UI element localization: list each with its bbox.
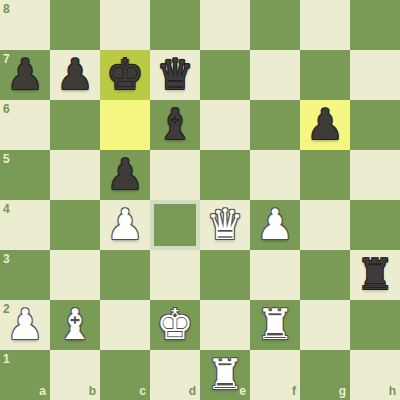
square-e7[interactable] bbox=[200, 50, 250, 100]
piece-white-pawn[interactable]: ♟ bbox=[0, 300, 50, 350]
piece-white-queen[interactable]: ♛ bbox=[200, 200, 250, 250]
square-c7[interactable]: ♚ bbox=[100, 50, 150, 100]
square-g2[interactable] bbox=[300, 300, 350, 350]
square-h3[interactable]: ♜ bbox=[350, 250, 400, 300]
square-c1[interactable]: c bbox=[100, 350, 150, 400]
piece-black-pawn[interactable]: ♟ bbox=[0, 50, 50, 100]
square-d4[interactable] bbox=[150, 200, 200, 250]
square-g6[interactable]: ♟ bbox=[300, 100, 350, 150]
square-b3[interactable] bbox=[50, 250, 100, 300]
piece-white-pawn[interactable]: ♟ bbox=[250, 200, 300, 250]
square-c8[interactable] bbox=[100, 0, 150, 50]
square-d5[interactable] bbox=[150, 150, 200, 200]
piece-black-queen[interactable]: ♛ bbox=[150, 50, 200, 100]
square-b8[interactable] bbox=[50, 0, 100, 50]
square-h7[interactable] bbox=[350, 50, 400, 100]
square-g3[interactable] bbox=[300, 250, 350, 300]
square-e6[interactable] bbox=[200, 100, 250, 150]
square-b2[interactable]: ♝ bbox=[50, 300, 100, 350]
square-c5[interactable]: ♟ bbox=[100, 150, 150, 200]
piece-black-king[interactable]: ♚ bbox=[100, 50, 150, 100]
square-b4[interactable] bbox=[50, 200, 100, 250]
square-d8[interactable] bbox=[150, 0, 200, 50]
file-label-a: a bbox=[39, 385, 46, 397]
square-b7[interactable]: ♟ bbox=[50, 50, 100, 100]
square-e5[interactable] bbox=[200, 150, 250, 200]
piece-black-bishop[interactable]: ♝ bbox=[150, 100, 200, 150]
square-f3[interactable] bbox=[250, 250, 300, 300]
square-d2[interactable]: ♚ bbox=[150, 300, 200, 350]
square-a5[interactable]: 5 bbox=[0, 150, 50, 200]
rank-label-3: 3 bbox=[3, 253, 10, 265]
square-f5[interactable] bbox=[250, 150, 300, 200]
rank-label-4: 4 bbox=[3, 203, 10, 215]
piece-black-pawn[interactable]: ♟ bbox=[50, 50, 100, 100]
square-c2[interactable] bbox=[100, 300, 150, 350]
file-label-g: g bbox=[339, 385, 346, 397]
square-g4[interactable] bbox=[300, 200, 350, 250]
square-b1[interactable]: b bbox=[50, 350, 100, 400]
piece-white-bishop[interactable]: ♝ bbox=[50, 300, 100, 350]
square-e3[interactable] bbox=[200, 250, 250, 300]
rank-label-8: 8 bbox=[3, 3, 10, 15]
square-f4[interactable]: ♟ bbox=[250, 200, 300, 250]
chess-board[interactable]: 87♟♟♚♛6♝♟5♟4♟♛♟3♜2♟♝♚♜1abcde♜fgh bbox=[0, 0, 400, 400]
square-c3[interactable] bbox=[100, 250, 150, 300]
square-h2[interactable] bbox=[350, 300, 400, 350]
file-label-h: h bbox=[389, 385, 396, 397]
square-a1[interactable]: 1a bbox=[0, 350, 50, 400]
square-d1[interactable]: d bbox=[150, 350, 200, 400]
square-f2[interactable]: ♜ bbox=[250, 300, 300, 350]
square-a4[interactable]: 4 bbox=[0, 200, 50, 250]
square-h6[interactable] bbox=[350, 100, 400, 150]
piece-black-pawn[interactable]: ♟ bbox=[100, 150, 150, 200]
rank-label-5: 5 bbox=[3, 153, 10, 165]
square-g7[interactable] bbox=[300, 50, 350, 100]
square-a8[interactable]: 8 bbox=[0, 0, 50, 50]
square-h1[interactable]: h bbox=[350, 350, 400, 400]
piece-black-rook[interactable]: ♜ bbox=[350, 250, 400, 300]
square-e1[interactable]: e♜ bbox=[200, 350, 250, 400]
square-e4[interactable]: ♛ bbox=[200, 200, 250, 250]
piece-white-king[interactable]: ♚ bbox=[150, 300, 200, 350]
square-g5[interactable] bbox=[300, 150, 350, 200]
square-f7[interactable] bbox=[250, 50, 300, 100]
square-e8[interactable] bbox=[200, 0, 250, 50]
square-a3[interactable]: 3 bbox=[0, 250, 50, 300]
square-b6[interactable] bbox=[50, 100, 100, 150]
file-label-d: d bbox=[189, 385, 196, 397]
square-a2[interactable]: 2♟ bbox=[0, 300, 50, 350]
piece-white-rook[interactable]: ♜ bbox=[200, 350, 250, 400]
square-f6[interactable] bbox=[250, 100, 300, 150]
square-e2[interactable] bbox=[200, 300, 250, 350]
square-b5[interactable] bbox=[50, 150, 100, 200]
square-f8[interactable] bbox=[250, 0, 300, 50]
square-g1[interactable]: g bbox=[300, 350, 350, 400]
square-a6[interactable]: 6 bbox=[0, 100, 50, 150]
square-h8[interactable] bbox=[350, 0, 400, 50]
piece-white-rook[interactable]: ♜ bbox=[250, 300, 300, 350]
piece-black-pawn[interactable]: ♟ bbox=[300, 100, 350, 150]
square-h4[interactable] bbox=[350, 200, 400, 250]
square-h5[interactable] bbox=[350, 150, 400, 200]
file-label-f: f bbox=[292, 385, 296, 397]
piece-white-pawn[interactable]: ♟ bbox=[100, 200, 150, 250]
rank-label-1: 1 bbox=[3, 353, 10, 365]
square-d7[interactable]: ♛ bbox=[150, 50, 200, 100]
square-d3[interactable] bbox=[150, 250, 200, 300]
square-c4[interactable]: ♟ bbox=[100, 200, 150, 250]
rank-label-6: 6 bbox=[3, 103, 10, 115]
square-f1[interactable]: f bbox=[250, 350, 300, 400]
file-label-c: c bbox=[139, 385, 146, 397]
square-d6[interactable]: ♝ bbox=[150, 100, 200, 150]
square-g8[interactable] bbox=[300, 0, 350, 50]
file-label-b: b bbox=[89, 385, 96, 397]
square-a7[interactable]: 7♟ bbox=[0, 50, 50, 100]
square-c6[interactable] bbox=[100, 100, 150, 150]
